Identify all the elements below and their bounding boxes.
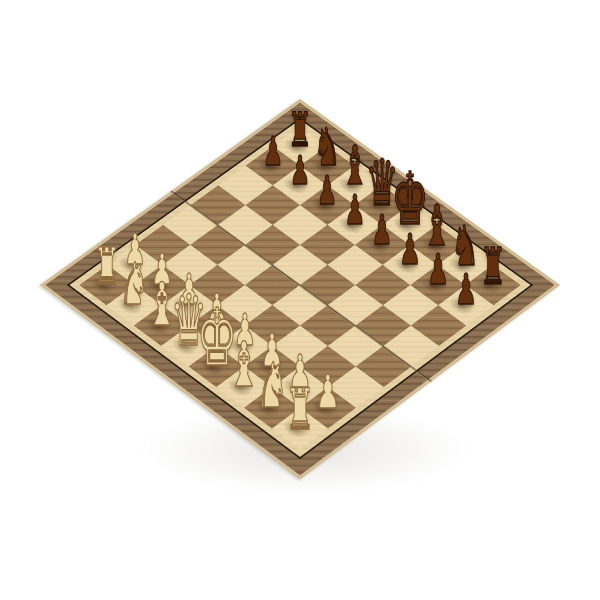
pawn-glyph: ♟ bbox=[263, 132, 284, 172]
piece-black-pawn[interactable]: ♟ bbox=[315, 182, 340, 210]
piece-black-pawn[interactable]: ♟ bbox=[287, 162, 312, 190]
piece-white-rook[interactable]: ♜ bbox=[282, 395, 318, 435]
piece-black-pawn[interactable]: ♟ bbox=[342, 201, 368, 230]
piece-black-pawn[interactable]: ♟ bbox=[260, 142, 285, 170]
pawn-glyph: ♟ bbox=[290, 151, 311, 191]
rook-glyph: ♜ bbox=[285, 380, 314, 437]
pawn-glyph: ♟ bbox=[317, 171, 338, 211]
pawn-glyph: ♟ bbox=[372, 210, 393, 251]
pawn-glyph: ♟ bbox=[427, 249, 449, 292]
rook-glyph: ♜ bbox=[480, 241, 506, 292]
pawn-glyph: ♟ bbox=[344, 190, 365, 231]
piece-black-pawn[interactable]: ♟ bbox=[397, 240, 424, 270]
piece-black-pawn[interactable]: ♟ bbox=[452, 280, 479, 310]
pawn-glyph: ♟ bbox=[399, 229, 421, 272]
piece-black-pawn[interactable]: ♟ bbox=[369, 221, 395, 250]
piece-black-pawn[interactable]: ♟ bbox=[424, 260, 451, 290]
piece-black-rook[interactable]: ♜ bbox=[477, 255, 509, 291]
pawn-glyph: ♟ bbox=[455, 269, 477, 312]
scene: ♜♞♝♛♚♝♞♜♟♟♟♟♟♟♟♟♟♟♟♟♟♟♟♟♜♞♝♛♚♝♞♜ bbox=[0, 0, 600, 600]
pawn-glyph: ♟ bbox=[316, 368, 340, 415]
